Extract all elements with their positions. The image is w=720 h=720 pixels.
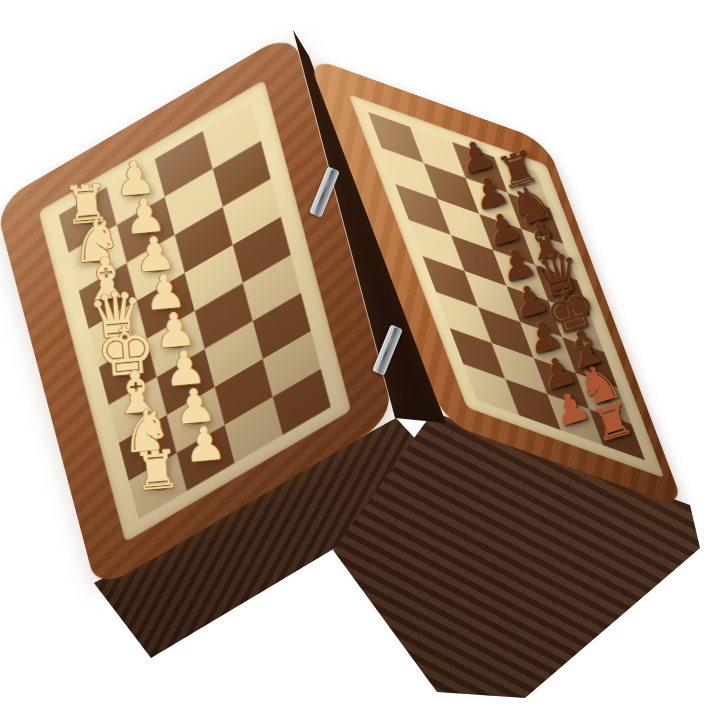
pieces-layer: ♜♟♞♟♝♟♛♟♚♟♝♟♞♟♜♟♜♟♞♟♝♟♛♟♚♟♝♟♞♟♜♟ xyxy=(0,0,720,720)
white-rook: ♜ xyxy=(131,443,182,499)
chess-set-photo: ♜♟♞♟♝♟♛♟♚♟♝♟♞♟♜♟♜♟♞♟♝♟♛♟♚♟♝♟♞♟♜♟ xyxy=(0,0,720,720)
black-rook: ♜ xyxy=(587,394,639,449)
white-pawn: ♟ xyxy=(182,420,227,469)
